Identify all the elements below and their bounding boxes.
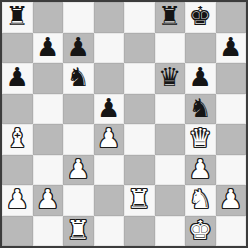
square-b2[interactable]: ♟ [33, 185, 64, 216]
square-d8[interactable] [94, 2, 125, 33]
square-d3[interactable] [94, 155, 125, 186]
square-c1[interactable]: ♜ [63, 216, 94, 247]
square-b3[interactable] [33, 155, 64, 186]
square-c5[interactable] [63, 94, 94, 125]
square-f4[interactable] [155, 124, 186, 155]
black-pawn[interactable]: ♟ [189, 62, 212, 92]
square-a3[interactable] [2, 155, 33, 186]
black-queen[interactable]: ♛ [158, 62, 181, 92]
square-e6[interactable] [124, 63, 155, 94]
square-a8[interactable]: ♜ [2, 2, 33, 33]
square-a4[interactable]: ♝ [2, 124, 33, 155]
square-d6[interactable] [94, 63, 125, 94]
square-f8[interactable]: ♜ [155, 2, 186, 33]
black-rook[interactable]: ♜ [6, 1, 29, 31]
square-f7[interactable] [155, 33, 186, 64]
square-h2[interactable]: ♟ [216, 185, 247, 216]
square-f3[interactable] [155, 155, 186, 186]
black-king[interactable]: ♚ [189, 1, 212, 31]
white-pawn[interactable]: ♟ [189, 154, 212, 184]
black-knight[interactable]: ♞ [67, 62, 90, 92]
white-pawn[interactable]: ♟ [67, 154, 90, 184]
square-g2[interactable]: ♞ [185, 185, 216, 216]
black-pawn[interactable]: ♟ [6, 62, 29, 92]
square-c2[interactable] [63, 185, 94, 216]
square-c4[interactable] [63, 124, 94, 155]
chess-board-frame: ♜♜♚♟♟♟♟♞♛♟♟♞♝♟♛♟♟♟♟♜♞♟♜♚ [0, 0, 248, 248]
square-f1[interactable] [155, 216, 186, 247]
square-a5[interactable] [2, 94, 33, 125]
square-g1[interactable]: ♚ [185, 216, 216, 247]
square-d5[interactable]: ♟ [94, 94, 125, 125]
black-pawn[interactable]: ♟ [219, 32, 242, 62]
square-b1[interactable] [33, 216, 64, 247]
square-f6[interactable]: ♛ [155, 63, 186, 94]
square-h1[interactable] [216, 216, 247, 247]
black-rook[interactable]: ♜ [158, 1, 181, 31]
white-king[interactable]: ♚ [189, 215, 212, 245]
white-pawn[interactable]: ♟ [36, 184, 59, 214]
square-c6[interactable]: ♞ [63, 63, 94, 94]
square-d7[interactable] [94, 33, 125, 64]
black-pawn[interactable]: ♟ [36, 32, 59, 62]
white-rook[interactable]: ♜ [67, 215, 90, 245]
chess-board: ♜♜♚♟♟♟♟♞♛♟♟♞♝♟♛♟♟♟♟♜♞♟♜♚ [2, 2, 246, 246]
square-c7[interactable]: ♟ [63, 33, 94, 64]
square-e5[interactable] [124, 94, 155, 125]
square-b5[interactable] [33, 94, 64, 125]
square-g4[interactable]: ♛ [185, 124, 216, 155]
square-d1[interactable] [94, 216, 125, 247]
white-pawn[interactable]: ♟ [97, 123, 120, 153]
square-g6[interactable]: ♟ [185, 63, 216, 94]
square-a2[interactable]: ♟ [2, 185, 33, 216]
white-knight[interactable]: ♞ [189, 184, 212, 214]
square-a7[interactable] [2, 33, 33, 64]
square-e2[interactable]: ♜ [124, 185, 155, 216]
square-e7[interactable] [124, 33, 155, 64]
square-f5[interactable] [155, 94, 186, 125]
square-e8[interactable] [124, 2, 155, 33]
white-rook[interactable]: ♜ [128, 184, 151, 214]
square-e3[interactable] [124, 155, 155, 186]
white-pawn[interactable]: ♟ [219, 184, 242, 214]
square-h3[interactable] [216, 155, 247, 186]
square-d4[interactable]: ♟ [94, 124, 125, 155]
square-b7[interactable]: ♟ [33, 33, 64, 64]
square-g3[interactable]: ♟ [185, 155, 216, 186]
square-g8[interactable]: ♚ [185, 2, 216, 33]
black-pawn[interactable]: ♟ [97, 93, 120, 123]
square-e4[interactable] [124, 124, 155, 155]
black-knight[interactable]: ♞ [189, 93, 212, 123]
square-g7[interactable] [185, 33, 216, 64]
square-b6[interactable] [33, 63, 64, 94]
square-f2[interactable] [155, 185, 186, 216]
white-pawn[interactable]: ♟ [6, 184, 29, 214]
black-pawn[interactable]: ♟ [67, 32, 90, 62]
square-d2[interactable] [94, 185, 125, 216]
square-a6[interactable]: ♟ [2, 63, 33, 94]
square-h5[interactable] [216, 94, 247, 125]
square-a1[interactable] [2, 216, 33, 247]
square-b4[interactable] [33, 124, 64, 155]
square-e1[interactable] [124, 216, 155, 247]
square-c8[interactable] [63, 2, 94, 33]
square-h4[interactable] [216, 124, 247, 155]
white-bishop[interactable]: ♝ [6, 123, 29, 153]
square-g5[interactable]: ♞ [185, 94, 216, 125]
square-h6[interactable] [216, 63, 247, 94]
square-c3[interactable]: ♟ [63, 155, 94, 186]
white-queen[interactable]: ♛ [189, 123, 212, 153]
square-b8[interactable] [33, 2, 64, 33]
square-h8[interactable] [216, 2, 247, 33]
square-h7[interactable]: ♟ [216, 33, 247, 64]
